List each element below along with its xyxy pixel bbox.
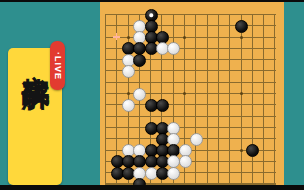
go-board[interactable]	[100, 2, 284, 185]
stone-black[interactable]	[246, 144, 259, 157]
video-frame: 实战讲解 ·LIVE	[0, 0, 304, 190]
stone-white[interactable]	[190, 133, 203, 146]
stone-black[interactable]	[133, 54, 146, 67]
stone-white[interactable]	[133, 88, 146, 101]
banner-title: 实战讲解	[21, 52, 49, 64]
stone-white[interactable]	[167, 42, 180, 55]
live-badge-label: ·LIVE	[53, 51, 63, 79]
star-point	[183, 36, 186, 39]
stone-black[interactable]	[235, 20, 248, 33]
last-move-marker	[149, 13, 153, 17]
star-point	[240, 149, 243, 152]
star-point	[240, 92, 243, 95]
star-point	[183, 92, 186, 95]
letterbox-top	[0, 0, 304, 2]
star-point	[127, 92, 130, 95]
stone-white[interactable]	[122, 99, 135, 112]
stone-white[interactable]	[122, 65, 135, 78]
stone-white[interactable]	[179, 155, 192, 168]
cross-marker	[113, 33, 120, 40]
stone-black[interactable]	[156, 99, 169, 112]
go-board-grid[interactable]	[105, 14, 276, 185]
letterbox-bottom	[0, 185, 304, 190]
star-point	[240, 36, 243, 39]
stone-white[interactable]	[167, 167, 180, 180]
live-badge: ·LIVE	[50, 41, 65, 90]
star-point	[127, 36, 130, 39]
